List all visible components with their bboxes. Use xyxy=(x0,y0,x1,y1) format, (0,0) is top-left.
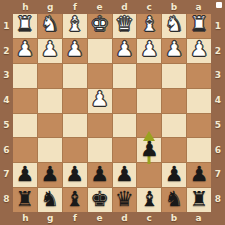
square-g5[interactable] xyxy=(38,114,62,138)
piece-white-bishop-f1[interactable]: ♝ xyxy=(65,14,84,35)
square-e2[interactable] xyxy=(88,39,112,63)
square-a6[interactable] xyxy=(187,138,211,162)
square-c6[interactable]: ♟ xyxy=(137,138,161,162)
piece-black-pawn-f7[interactable]: ♟ xyxy=(65,164,84,185)
piece-black-pawn-c6[interactable]: ♟ xyxy=(140,139,159,160)
rank-label-right-2: 2 xyxy=(211,39,225,64)
square-h8[interactable]: ♜ xyxy=(13,188,37,212)
square-b8[interactable]: ♞ xyxy=(162,188,186,212)
rank-labels-left: 12345678 xyxy=(0,14,13,212)
file-label-bottom-b: b xyxy=(162,212,187,225)
square-a7[interactable]: ♟ xyxy=(187,163,211,187)
rank-label-left-4: 4 xyxy=(0,88,13,113)
piece-white-pawn-g2[interactable]: ♟ xyxy=(40,39,59,60)
file-label-bottom-e: e xyxy=(87,212,112,225)
piece-white-knight-g1[interactable]: ♞ xyxy=(40,14,59,35)
rank-label-right-6: 6 xyxy=(211,138,225,163)
rank-label-left-6: 6 xyxy=(0,138,13,163)
rank-label-left-5: 5 xyxy=(0,113,13,138)
corner-marker xyxy=(216,2,222,8)
square-c5[interactable] xyxy=(137,114,161,138)
rank-label-right-5: 5 xyxy=(211,113,225,138)
square-d7[interactable]: ♟ xyxy=(113,163,137,187)
piece-white-king-e1[interactable]: ♚ xyxy=(90,14,109,35)
piece-white-pawn-c2[interactable]: ♟ xyxy=(140,39,159,60)
rank-label-left-7: 7 xyxy=(0,163,13,188)
square-f2[interactable]: ♟ xyxy=(63,39,87,63)
piece-black-queen-d8[interactable]: ♛ xyxy=(115,189,134,210)
rank-label-left-1: 1 xyxy=(0,14,13,39)
rank-label-right-4: 4 xyxy=(211,88,225,113)
square-h1[interactable]: ♜ xyxy=(13,14,37,38)
rank-labels-right: 12345678 xyxy=(211,14,225,212)
piece-black-pawn-g7[interactable]: ♟ xyxy=(40,164,59,185)
piece-white-pawn-f2[interactable]: ♟ xyxy=(65,39,84,60)
rank-label-right-7: 7 xyxy=(211,163,225,188)
square-h7[interactable]: ♟ xyxy=(13,163,37,187)
square-c8[interactable]: ♝ xyxy=(137,188,161,212)
piece-black-pawn-d7[interactable]: ♟ xyxy=(115,164,134,185)
file-label-bottom-g: g xyxy=(38,212,63,225)
square-g1[interactable]: ♞ xyxy=(38,14,62,38)
piece-white-queen-d1[interactable]: ♛ xyxy=(115,14,134,35)
square-b3[interactable] xyxy=(162,64,186,88)
square-c2[interactable]: ♟ xyxy=(137,39,161,63)
square-a3[interactable] xyxy=(187,64,211,88)
square-d1[interactable]: ♛ xyxy=(113,14,137,38)
square-f5[interactable] xyxy=(63,114,87,138)
square-e3[interactable] xyxy=(88,64,112,88)
square-g4[interactable] xyxy=(38,89,62,113)
square-d3[interactable] xyxy=(113,64,137,88)
piece-white-pawn-h2[interactable]: ♟ xyxy=(16,39,35,60)
square-a8[interactable]: ♜ xyxy=(187,188,211,212)
square-a1[interactable]: ♜ xyxy=(187,14,211,38)
square-g2[interactable]: ♟ xyxy=(38,39,62,63)
square-e5[interactable] xyxy=(88,114,112,138)
piece-white-pawn-d2[interactable]: ♟ xyxy=(115,39,134,60)
square-b4[interactable] xyxy=(162,89,186,113)
piece-black-rook-a8[interactable]: ♜ xyxy=(190,189,209,210)
file-label-bottom-d: d xyxy=(112,212,137,225)
square-f7[interactable]: ♟ xyxy=(63,163,87,187)
file-label-bottom-a: a xyxy=(186,212,211,225)
piece-black-knight-b8[interactable]: ♞ xyxy=(165,189,184,210)
piece-black-knight-g8[interactable]: ♞ xyxy=(40,189,59,210)
piece-black-pawn-e7[interactable]: ♟ xyxy=(90,164,109,185)
square-f1[interactable]: ♝ xyxy=(63,14,87,38)
piece-black-bishop-f8[interactable]: ♝ xyxy=(65,189,84,210)
chessboard-widget: hgfedcba hgfedcba 12345678 12345678 ♜♞♝♚… xyxy=(0,0,225,225)
piece-white-pawn-a2[interactable]: ♟ xyxy=(190,39,209,60)
square-e8[interactable]: ♚ xyxy=(88,188,112,212)
square-b6[interactable] xyxy=(162,138,186,162)
square-h6[interactable] xyxy=(13,138,37,162)
piece-white-bishop-c1[interactable]: ♝ xyxy=(140,14,159,35)
square-b5[interactable] xyxy=(162,114,186,138)
piece-white-rook-a1[interactable]: ♜ xyxy=(190,14,209,35)
square-h2[interactable]: ♟ xyxy=(13,39,37,63)
piece-white-pawn-e4[interactable]: ♟ xyxy=(90,89,109,110)
square-c3[interactable] xyxy=(137,64,161,88)
square-c7[interactable] xyxy=(137,163,161,187)
square-g8[interactable]: ♞ xyxy=(38,188,62,212)
rank-label-right-1: 1 xyxy=(211,14,225,39)
board: ♜♞♝♚♛♝♞♜♟♟♟♟♟♟♟♟♟♟♟♟♟♟♟♟♜♞♝♚♛♝♞♜ xyxy=(13,14,211,212)
rank-label-left-8: 8 xyxy=(0,187,13,212)
rank-label-right-8: 8 xyxy=(211,187,225,212)
piece-black-pawn-b7[interactable]: ♟ xyxy=(165,164,184,185)
piece-black-pawn-h7[interactable]: ♟ xyxy=(16,164,35,185)
square-e6[interactable] xyxy=(88,138,112,162)
square-b2[interactable]: ♟ xyxy=(162,39,186,63)
square-e4[interactable]: ♟ xyxy=(88,89,112,113)
file-labels-bottom: hgfedcba xyxy=(13,212,211,225)
piece-white-rook-h1[interactable]: ♜ xyxy=(16,14,35,35)
square-h4[interactable] xyxy=(13,89,37,113)
board-grid: ♜♞♝♚♛♝♞♜♟♟♟♟♟♟♟♟♟♟♟♟♟♟♟♟♜♞♝♚♛♝♞♜ xyxy=(13,14,211,212)
square-f4[interactable] xyxy=(63,89,87,113)
square-f3[interactable] xyxy=(63,64,87,88)
square-b1[interactable]: ♞ xyxy=(162,14,186,38)
piece-black-bishop-c8[interactable]: ♝ xyxy=(140,189,159,210)
square-f8[interactable]: ♝ xyxy=(63,188,87,212)
square-d5[interactable] xyxy=(113,114,137,138)
rank-label-left-2: 2 xyxy=(0,39,13,64)
square-a4[interactable] xyxy=(187,89,211,113)
square-d6[interactable] xyxy=(113,138,137,162)
square-e7[interactable]: ♟ xyxy=(88,163,112,187)
piece-white-pawn-b2[interactable]: ♟ xyxy=(165,39,184,60)
piece-white-knight-b1[interactable]: ♞ xyxy=(165,14,184,35)
rank-label-right-3: 3 xyxy=(211,64,225,89)
square-d2[interactable]: ♟ xyxy=(113,39,137,63)
piece-black-pawn-a7[interactable]: ♟ xyxy=(190,164,209,185)
square-g7[interactable]: ♟ xyxy=(38,163,62,187)
square-h5[interactable] xyxy=(13,114,37,138)
piece-black-rook-h8[interactable]: ♜ xyxy=(16,189,35,210)
square-c1[interactable]: ♝ xyxy=(137,14,161,38)
file-label-bottom-h: h xyxy=(13,212,38,225)
square-g3[interactable] xyxy=(38,64,62,88)
file-label-bottom-c: c xyxy=(137,212,162,225)
piece-black-king-e8[interactable]: ♚ xyxy=(90,189,109,210)
square-h3[interactable] xyxy=(13,64,37,88)
square-a2[interactable]: ♟ xyxy=(187,39,211,63)
square-b7[interactable]: ♟ xyxy=(162,163,186,187)
square-c4[interactable] xyxy=(137,89,161,113)
square-g6[interactable] xyxy=(38,138,62,162)
rank-label-left-3: 3 xyxy=(0,64,13,89)
file-label-bottom-f: f xyxy=(63,212,88,225)
square-e1[interactable]: ♚ xyxy=(88,14,112,38)
square-a5[interactable] xyxy=(187,114,211,138)
square-d4[interactable] xyxy=(113,89,137,113)
square-d8[interactable]: ♛ xyxy=(113,188,137,212)
square-f6[interactable] xyxy=(63,138,87,162)
